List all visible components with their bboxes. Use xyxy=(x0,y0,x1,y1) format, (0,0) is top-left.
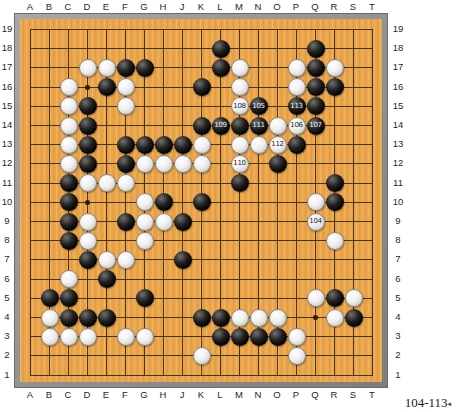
coord-label-top: O xyxy=(273,2,280,12)
coord-label-top: B xyxy=(46,2,52,12)
stone-R8 xyxy=(326,232,344,250)
coord-label-bottom: P xyxy=(293,390,299,400)
stone-O12 xyxy=(269,155,287,173)
stone-C15 xyxy=(60,97,78,115)
coord-label-right: 4 xyxy=(395,312,400,322)
stone-C13 xyxy=(60,136,78,154)
coord-label-top: G xyxy=(140,2,147,12)
coord-label-right: 9 xyxy=(395,216,400,226)
stone-N15: 105 xyxy=(250,97,268,115)
stone-F15 xyxy=(117,97,135,115)
stone-D12 xyxy=(79,155,97,173)
stone-L17 xyxy=(212,59,230,77)
coord-label-left: 12 xyxy=(2,158,13,168)
grid-line xyxy=(30,375,373,376)
stone-H12 xyxy=(155,155,173,173)
stone-M13 xyxy=(231,136,249,154)
stone-G17 xyxy=(136,59,154,77)
stone-P17 xyxy=(288,59,306,77)
go-diagram: 108105113109111106107112110104 ABCDEFGHJ… xyxy=(0,0,457,412)
stone-F3 xyxy=(117,328,135,346)
stone-G9 xyxy=(136,213,154,231)
stone-C14 xyxy=(60,117,78,135)
stone-P13 xyxy=(288,136,306,154)
stone-N14: 111 xyxy=(250,117,268,135)
stone-G3 xyxy=(136,328,154,346)
stone-C10 xyxy=(60,193,78,211)
star-point xyxy=(313,315,318,320)
coord-label-bottom: R xyxy=(331,390,338,400)
coord-label-right: 8 xyxy=(395,235,400,245)
stone-Q14: 107 xyxy=(307,117,325,135)
stone-M12: 110 xyxy=(231,155,249,173)
stone-R16 xyxy=(326,78,344,96)
coord-label-top: E xyxy=(103,2,109,12)
stone-D13 xyxy=(79,136,97,154)
coord-label-bottom: K xyxy=(198,390,204,400)
stone-M16 xyxy=(231,78,249,96)
stone-N13 xyxy=(250,136,268,154)
stone-G8 xyxy=(136,232,154,250)
coord-label-bottom: D xyxy=(84,390,91,400)
coord-label-right: 2 xyxy=(395,350,400,360)
star-point xyxy=(85,200,90,205)
coord-label-left: 8 xyxy=(4,235,9,245)
stone-K12 xyxy=(193,155,211,173)
stone-N4 xyxy=(250,309,268,327)
coord-label-right: 12 xyxy=(393,158,404,168)
stone-C4 xyxy=(60,309,78,327)
coord-label-bottom: G xyxy=(140,390,147,400)
coord-label-right: 6 xyxy=(395,274,400,284)
coord-label-left: 6 xyxy=(4,274,9,284)
stone-D14 xyxy=(79,117,97,135)
coord-label-top: L xyxy=(217,2,222,12)
stone-R10 xyxy=(326,193,344,211)
stone-K16 xyxy=(193,78,211,96)
coord-label-bottom: Q xyxy=(311,390,318,400)
stone-K14 xyxy=(193,117,211,135)
stone-H10 xyxy=(155,193,173,211)
stone-K2 xyxy=(193,347,211,365)
coord-label-top: M xyxy=(235,2,243,12)
stone-F16 xyxy=(117,78,135,96)
stone-B3 xyxy=(41,328,59,346)
stone-E16 xyxy=(98,78,116,96)
coord-label-top: D xyxy=(84,2,91,12)
coord-label-left: 18 xyxy=(2,43,13,53)
stone-S5 xyxy=(345,289,363,307)
stone-R11 xyxy=(326,174,344,192)
stone-G10 xyxy=(136,193,154,211)
coord-label-top: K xyxy=(198,2,204,12)
coord-label-right: 11 xyxy=(393,178,403,188)
stone-E11 xyxy=(98,174,116,192)
stone-C8 xyxy=(60,232,78,250)
stone-D15 xyxy=(79,97,97,115)
coord-label-top: F xyxy=(122,2,128,12)
stone-P3 xyxy=(288,328,306,346)
stone-L14: 109 xyxy=(212,117,230,135)
coord-label-bottom: L xyxy=(217,390,222,400)
stone-C12 xyxy=(60,155,78,173)
stone-G5 xyxy=(136,289,154,307)
coord-label-top: S xyxy=(350,2,356,12)
coord-label-right: 14 xyxy=(393,120,404,130)
stone-O4 xyxy=(269,309,287,327)
coord-label-right: 1 xyxy=(395,370,400,380)
stone-G12 xyxy=(136,155,154,173)
star-point xyxy=(85,85,90,90)
stone-D9 xyxy=(79,213,97,231)
stone-F17 xyxy=(117,59,135,77)
stone-B4 xyxy=(41,309,59,327)
stone-F7 xyxy=(117,251,135,269)
stone-M17 xyxy=(231,59,249,77)
stone-O14 xyxy=(269,117,287,135)
stone-F12 xyxy=(117,155,135,173)
stone-G13 xyxy=(136,136,154,154)
stone-M14 xyxy=(231,117,249,135)
stone-Q18 xyxy=(307,40,325,58)
coord-label-right: 17 xyxy=(393,62,404,72)
stone-L4 xyxy=(212,309,230,327)
stone-C5 xyxy=(60,289,78,307)
stone-K10 xyxy=(193,193,211,211)
coord-label-left: 15 xyxy=(2,101,13,111)
coord-label-right: 10 xyxy=(393,197,404,207)
coord-label-right: 15 xyxy=(393,101,404,111)
stone-O13: 112 xyxy=(269,136,287,154)
stone-F13 xyxy=(117,136,135,154)
stone-D7 xyxy=(79,251,97,269)
coord-label-right: 7 xyxy=(395,254,400,264)
coord-label-left: 13 xyxy=(2,139,13,149)
stone-E6 xyxy=(98,270,116,288)
stone-R5 xyxy=(326,289,344,307)
stone-J12 xyxy=(174,155,192,173)
stone-L3 xyxy=(212,328,230,346)
stone-C16 xyxy=(60,78,78,96)
move-range-text: 104-113 xyxy=(405,395,448,410)
stone-R4 xyxy=(326,309,344,327)
stone-N3 xyxy=(250,328,268,346)
stone-E7 xyxy=(98,251,116,269)
coord-label-right: 5 xyxy=(395,293,400,303)
coord-label-left: 1 xyxy=(4,370,9,380)
stone-S4 xyxy=(345,309,363,327)
stone-E4 xyxy=(98,309,116,327)
stone-L18 xyxy=(212,40,230,58)
stone-K4 xyxy=(193,309,211,327)
coord-label-left: 7 xyxy=(4,254,9,264)
coord-label-left: 3 xyxy=(4,331,9,341)
coord-label-right: 13 xyxy=(393,139,404,149)
go-board[interactable]: 108105113109111106107112110104 xyxy=(20,19,382,382)
coord-label-left: 17 xyxy=(2,62,13,72)
stone-C9 xyxy=(60,213,78,231)
stone-R17 xyxy=(326,59,344,77)
stone-D17 xyxy=(79,59,97,77)
stone-C3 xyxy=(60,328,78,346)
stone-P2 xyxy=(288,347,306,365)
stone-F11 xyxy=(117,174,135,192)
coord-label-bottom: A xyxy=(27,390,33,400)
coord-label-top: A xyxy=(27,2,33,12)
stone-B5 xyxy=(41,289,59,307)
coord-label-top: Q xyxy=(311,2,318,12)
move-range-marker-icon: ◂ xyxy=(447,400,451,408)
coord-label-bottom: H xyxy=(160,390,167,400)
coord-label-bottom: E xyxy=(103,390,109,400)
coord-label-left: 14 xyxy=(2,120,13,130)
coord-label-left: 10 xyxy=(2,197,13,207)
coord-label-top: N xyxy=(255,2,262,12)
coord-label-bottom: M xyxy=(235,390,243,400)
stone-Q15 xyxy=(307,97,325,115)
coord-label-right: 19 xyxy=(393,24,404,34)
stone-Q16 xyxy=(307,78,325,96)
coord-label-bottom: O xyxy=(273,390,280,400)
coord-label-left: 19 xyxy=(2,24,13,34)
coord-label-bottom: N xyxy=(255,390,262,400)
stone-Q10 xyxy=(307,193,325,211)
stone-Q5 xyxy=(307,289,325,307)
stone-P16 xyxy=(288,78,306,96)
coord-label-left: 2 xyxy=(4,350,9,360)
grid-line xyxy=(372,29,373,376)
stone-D3 xyxy=(79,328,97,346)
stone-D8 xyxy=(79,232,97,250)
coord-label-top: C xyxy=(65,2,72,12)
stone-M15: 108 xyxy=(231,97,249,115)
coord-label-bottom: J xyxy=(180,390,185,400)
coord-label-top: H xyxy=(160,2,167,12)
stone-M4 xyxy=(231,309,249,327)
stone-H9 xyxy=(155,213,173,231)
stone-J9 xyxy=(174,213,192,231)
stone-E17 xyxy=(98,59,116,77)
stone-K13 xyxy=(193,136,211,154)
coord-label-right: 3 xyxy=(395,331,400,341)
coord-label-bottom: C xyxy=(65,390,72,400)
stone-P14: 106 xyxy=(288,117,306,135)
stone-D4 xyxy=(79,309,97,327)
coord-label-right: 18 xyxy=(393,43,404,53)
stone-Q17 xyxy=(307,59,325,77)
coord-label-bottom: T xyxy=(369,390,375,400)
stone-H13 xyxy=(155,136,173,154)
stone-C6 xyxy=(60,270,78,288)
stone-M3 xyxy=(231,328,249,346)
coord-label-top: R xyxy=(331,2,338,12)
coord-label-top: T xyxy=(369,2,375,12)
coord-label-bottom: F xyxy=(122,390,128,400)
board-frame: 108105113109111106107112110104 xyxy=(14,13,388,388)
stone-D11 xyxy=(79,174,97,192)
coord-label-bottom: S xyxy=(350,390,356,400)
stone-Q9: 104 xyxy=(307,213,325,231)
coord-label-left: 11 xyxy=(2,178,12,188)
stone-C11 xyxy=(60,174,78,192)
grid-line xyxy=(30,279,373,280)
stone-M11 xyxy=(231,174,249,192)
coord-label-left: 4 xyxy=(4,312,9,322)
stone-J13 xyxy=(174,136,192,154)
coord-label-right: 16 xyxy=(393,82,404,92)
stone-J7 xyxy=(174,251,192,269)
stone-O3 xyxy=(269,328,287,346)
coord-label-bottom: B xyxy=(46,390,52,400)
coord-label-left: 9 xyxy=(4,216,9,226)
stone-P15: 113 xyxy=(288,97,306,115)
coord-label-left: 5 xyxy=(4,293,9,303)
stone-F9 xyxy=(117,213,135,231)
coord-label-top: J xyxy=(180,2,185,12)
move-range-label: 104-113◂ xyxy=(405,395,451,411)
coord-label-top: P xyxy=(293,2,299,12)
coord-label-left: 16 xyxy=(2,82,13,92)
